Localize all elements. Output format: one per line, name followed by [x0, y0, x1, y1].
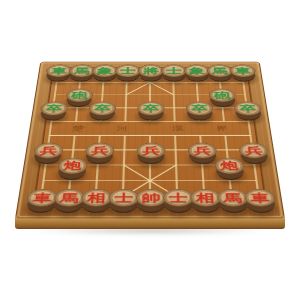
piece-glyph: 卒	[45, 104, 63, 112]
piece-glyph: 士	[120, 67, 136, 75]
piece-glyph: 車	[32, 192, 52, 203]
piece-glyph: 馬	[212, 67, 228, 75]
piece-red-advisor[interactable]: 士	[108, 189, 139, 207]
piece-glyph: 士	[114, 192, 133, 203]
piece-glyph: 象	[97, 67, 113, 75]
river-label-jie: 界	[215, 124, 228, 133]
piece-glyph: 兵	[142, 146, 160, 155]
piece-green-general[interactable]: 將	[138, 64, 164, 77]
piece-glyph: 卒	[239, 104, 257, 112]
piece-glyph: 象	[189, 67, 205, 75]
piece-glyph: 卒	[191, 104, 208, 112]
piece-glyph: 士	[166, 67, 182, 75]
piece-glyph: 卒	[94, 104, 111, 112]
piece-glyph: 車	[51, 67, 68, 75]
piece-glyph: 相	[196, 192, 215, 203]
piece-glyph: 馬	[223, 192, 243, 203]
river-label-chu: 楚	[72, 124, 85, 133]
piece-glyph: 相	[87, 192, 106, 203]
piece-green-soldier[interactable]: 卒	[185, 101, 213, 115]
piece-green-soldier[interactable]: 卒	[233, 101, 262, 115]
scene: 楚 河 漢 界 車馬象士將士象馬車砲砲卒卒卒卒卒兵兵兵兵兵炮炮車馬相士帥士相馬車	[0, 0, 300, 300]
piece-green-chariot[interactable]: 車	[229, 64, 256, 77]
piece-glyph: 車	[234, 67, 251, 75]
board-plane: 楚 河 漢 界 車馬象士將士象馬車砲砲卒卒卒卒卒兵兵兵兵兵炮炮車馬相士帥士相馬車	[16, 62, 283, 217]
board-front-edge	[15, 216, 285, 229]
piece-red-soldier[interactable]: 兵	[137, 143, 166, 159]
piece-glyph: 馬	[74, 67, 90, 75]
piece-red-soldier[interactable]: 兵	[188, 143, 218, 159]
piece-glyph: 兵	[244, 146, 263, 155]
piece-glyph: 兵	[91, 146, 109, 155]
piece-glyph: 砲	[214, 91, 231, 99]
piece-glyph: 將	[143, 67, 159, 75]
river-label-he: 河	[116, 124, 128, 133]
piece-glyph: 砲	[71, 91, 88, 99]
piece-red-general[interactable]: 帥	[136, 189, 167, 207]
piece-red-cannon[interactable]: 炮	[214, 158, 245, 174]
piece-glyph: 兵	[193, 146, 211, 155]
piece-glyph: 車	[250, 192, 270, 203]
piece-glyph: 馬	[60, 192, 80, 203]
piece-glyph: 兵	[39, 146, 58, 155]
piece-green-advisor[interactable]: 士	[115, 64, 141, 77]
piece-glyph: 炮	[220, 161, 239, 171]
piece-glyph: 炮	[63, 161, 82, 171]
piece-glyph: 帥	[142, 192, 161, 203]
piece-green-soldier[interactable]: 卒	[137, 101, 164, 115]
piece-glyph: 士	[169, 192, 188, 203]
piece-glyph: 卒	[143, 104, 160, 112]
river-label-han: 漢	[172, 124, 184, 133]
